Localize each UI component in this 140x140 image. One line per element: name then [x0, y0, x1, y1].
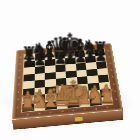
coord-rank-8-right: 8: [107, 51, 109, 53]
coord-file-f-back: f: [78, 47, 79, 49]
coord-file-a-back: a: [29, 51, 31, 53]
chess-set-product-photo: 8877665544332211aabbccddeeffgghh ♜♞♝♛♚♝♞…: [0, 0, 140, 140]
coord-file-g-back: g: [88, 46, 90, 48]
scene: 8877665544332211aabbccddeeffgghh ♜♞♝♛♚♝♞…: [0, 0, 140, 140]
coord-file-b-back: b: [39, 50, 41, 52]
coord-file-h-back: h: [97, 46, 99, 48]
pieces-layer: ♜♞♝♛♚♝♞♜♟♟♟♟♟♟♟♟♟♟♟♟♟♟♟♟♜♞♝♛♚♝♞♜: [12, 43, 123, 120]
coord-file-e-back: e: [68, 48, 70, 50]
coord-file-d-back: d: [58, 49, 60, 51]
chess-board: 8877665544332211aabbccddeeffgghh ♜♞♝♛♚♝♞…: [12, 43, 123, 120]
coord-file-c-back: c: [49, 49, 51, 51]
brass-latch: [74, 116, 84, 122]
piece-white-rook-a1: ♜: [16, 67, 40, 112]
